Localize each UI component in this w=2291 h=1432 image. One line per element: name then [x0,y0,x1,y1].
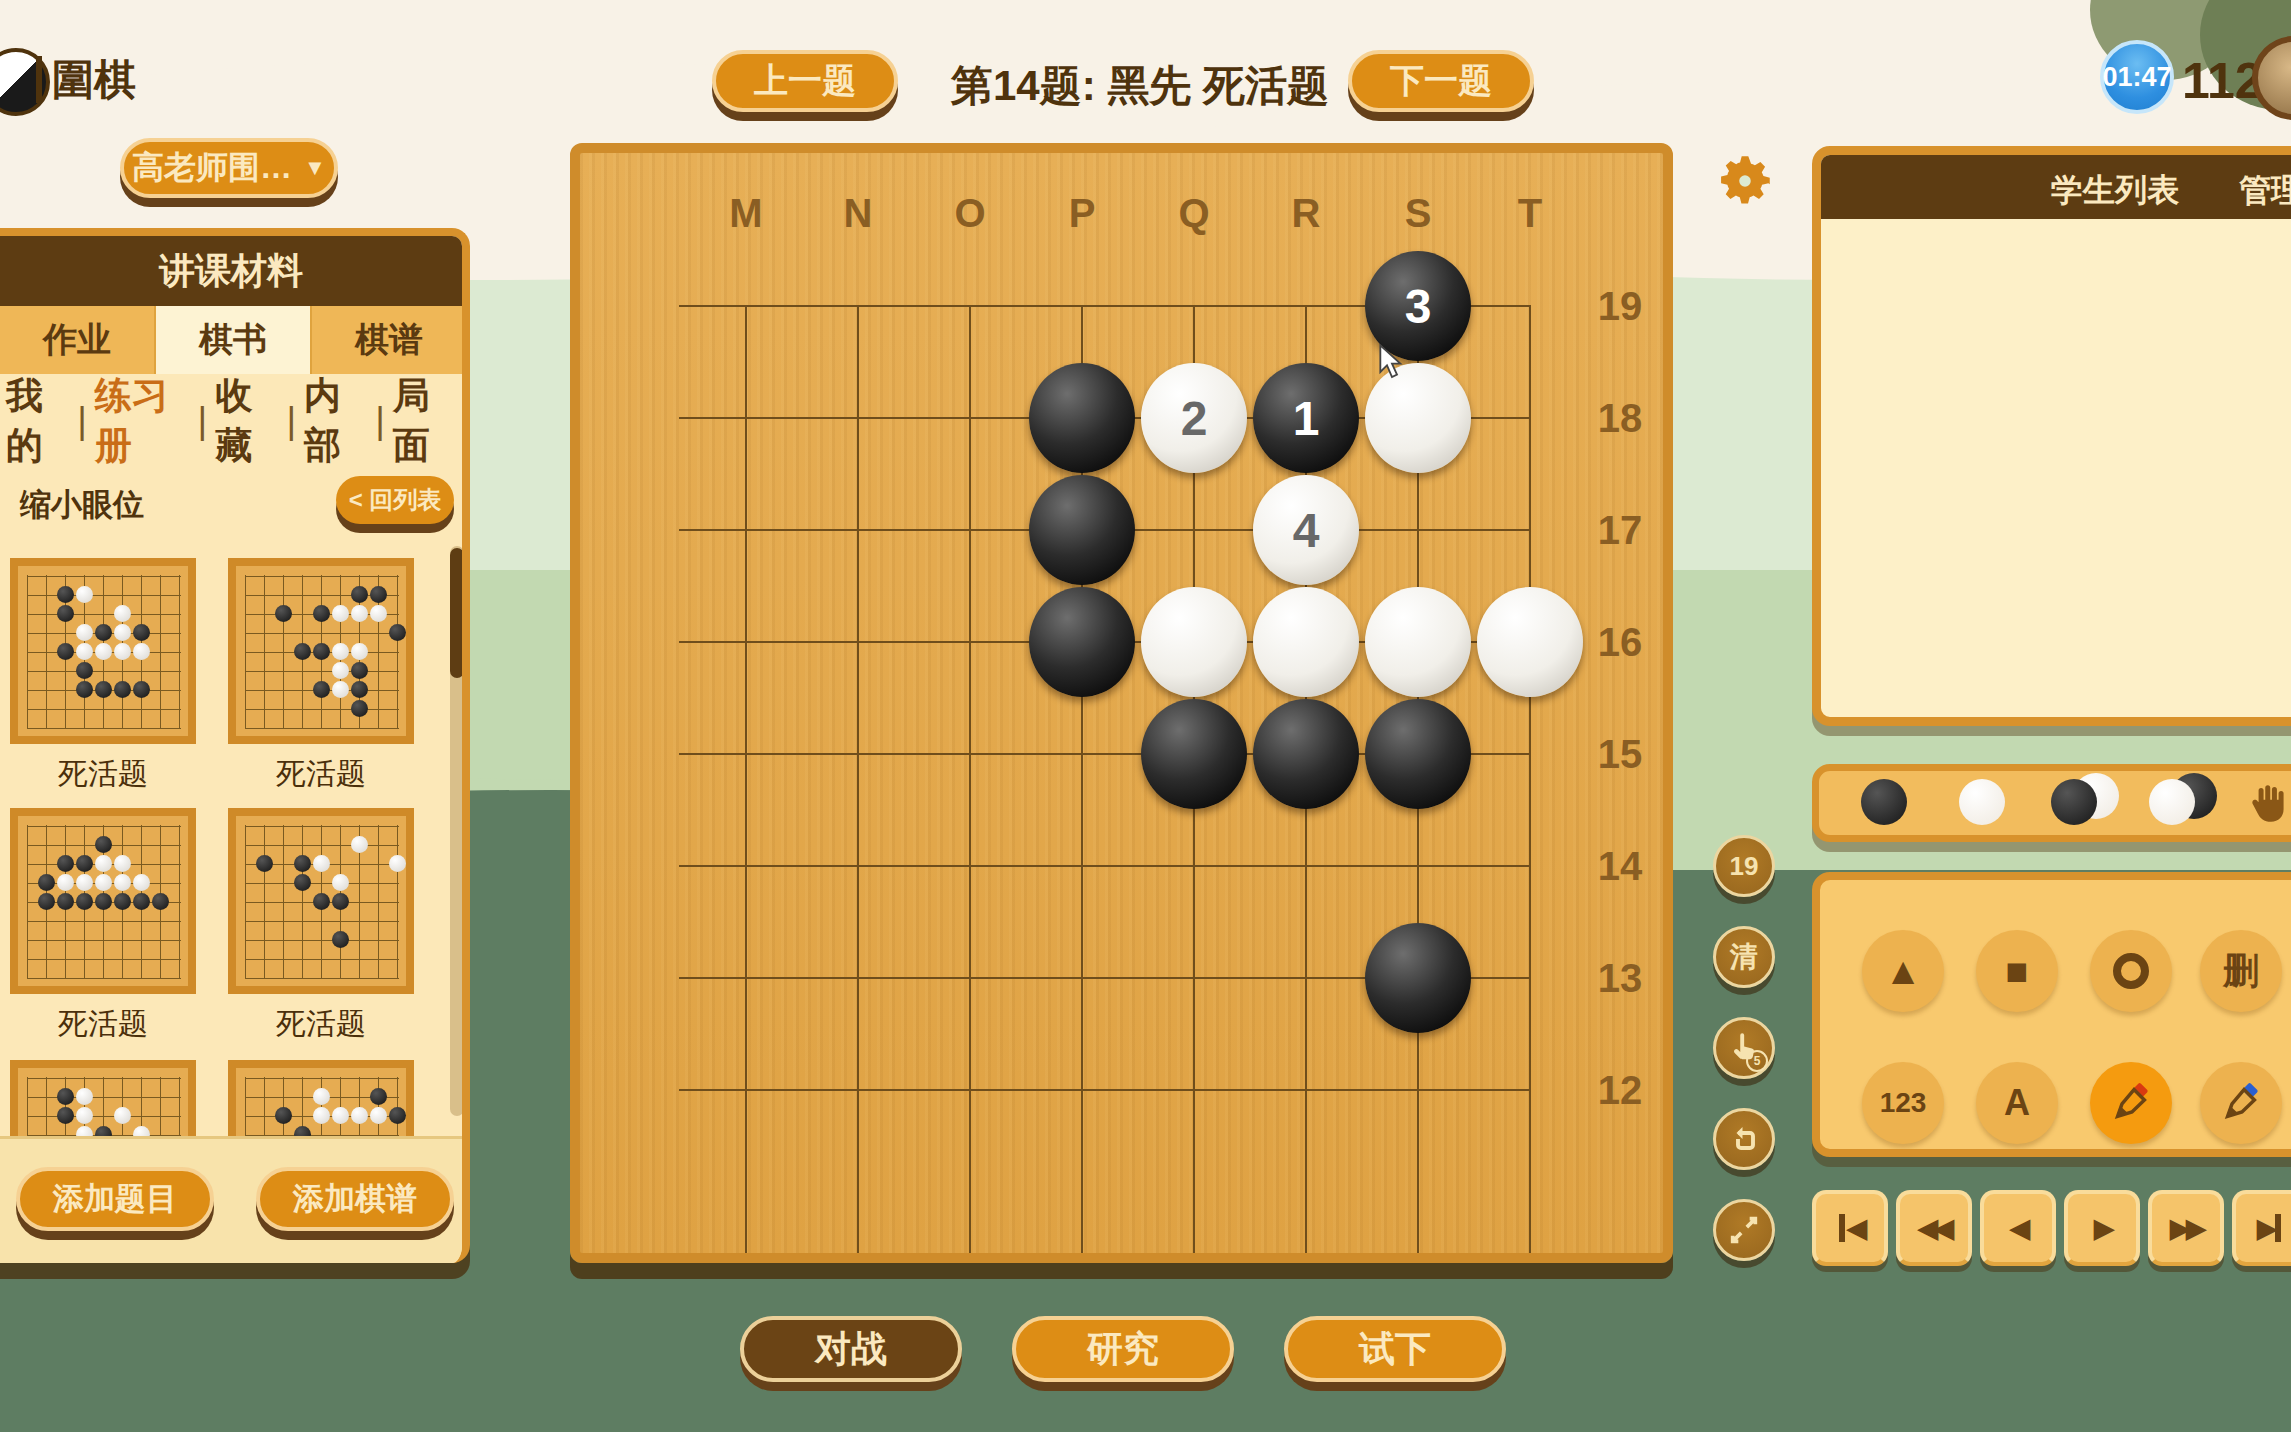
board-grid-line [679,1089,1531,1091]
mini-black-stone [275,605,292,622]
mini-black-stone [133,624,150,641]
board-grid-line [745,306,747,1253]
board-col-label: P [1069,191,1096,236]
mini-black-stone [275,1107,292,1124]
mini-black-stone [370,586,387,603]
stone-select-black-over-white[interactable] [2051,779,2121,829]
mini-black-stone [332,893,349,910]
mini-white-stone [351,1107,368,1124]
mini-white-stone [76,1107,93,1124]
stone-S13 [1365,923,1471,1033]
subnav-separator: | [375,400,385,442]
square-marker-tool[interactable]: ■ [1976,930,2058,1012]
students-panel: 学生列表 管理 [1812,146,2291,726]
teacher-dropdown[interactable]: 高老师围… ▼ [120,138,338,198]
subnav-separator: | [198,400,208,442]
mini-white-stone [76,1088,93,1105]
stone-R17: 4 [1253,475,1359,585]
board-col-label: O [954,191,985,236]
mini-white-stone [351,605,368,622]
thumbnail-label: 死活题 [10,754,196,795]
stone-P16 [1029,587,1135,697]
move-number-label: 1 [1293,391,1320,446]
manage-button[interactable]: 管理 [2239,169,2291,213]
mini-black-stone [95,624,112,641]
hand-icon[interactable] [2244,779,2291,829]
subnav-item-收藏[interactable]: 收藏 [215,371,278,471]
stone-select-black-stone[interactable] [1861,779,1931,829]
stone-select-white-over-black[interactable] [2149,779,2219,829]
hand-click-tool-button[interactable]: 5 [1713,1017,1775,1079]
thumbnail-label: 死活题 [10,1004,196,1045]
stone-R15 [1253,699,1359,809]
mini-white-stone [313,1107,330,1124]
mode-button-研究[interactable]: 研究 [1012,1316,1234,1382]
circle-marker-tool[interactable] [2090,930,2172,1012]
sidebar-subnav: 我的|练习册|收藏|内部|局面 [6,391,456,451]
scrollbar-thumb[interactable] [450,548,464,678]
problem-thumbnail[interactable] [228,558,414,744]
problem-thumbnail[interactable] [228,808,414,994]
mini-black-stone [114,681,131,698]
mini-black-stone [76,662,93,679]
mode-button-试下[interactable]: 试下 [1284,1316,1506,1382]
subnav-item-内部[interactable]: 内部 [304,371,367,471]
mini-black-stone [95,893,112,910]
mini-white-stone [114,874,131,891]
add-kifu-button[interactable]: 添加棋谱 [256,1167,454,1231]
mini-white-stone [332,681,349,698]
mode-button-对战[interactable]: 对战 [740,1316,962,1382]
white-stone-icon [2149,779,2195,825]
delete-marker-tool[interactable]: 删 [2200,930,2282,1012]
mini-black-stone [313,643,330,660]
black-stone-icon [2051,779,2097,825]
tab-棋谱[interactable]: 棋谱 [312,306,468,374]
lecture-materials-panel: 讲课材料 作业棋书棋谱 我的|练习册|收藏|内部|局面 缩小眼位 < 回列表 死… [0,228,470,1263]
mini-black-stone [389,1107,406,1124]
students-panel-header: 学生列表 管理 [1821,155,2291,219]
rotate-board-button[interactable] [1713,1108,1775,1170]
tab-作业[interactable]: 作业 [0,306,156,374]
mini-white-stone [95,643,112,660]
go-to-start-button[interactable]: ◀ [1812,1190,1888,1266]
mini-white-stone [332,605,349,622]
board-row-label: 15 [1598,732,1643,777]
fast-rewind-button[interactable]: ◀◀ [1896,1190,1972,1266]
mini-black-stone [256,855,273,872]
board-col-label: N [844,191,873,236]
panel-title: 讲课材料 [0,236,462,306]
board-col-label: M [729,191,762,236]
mini-black-stone [313,893,330,910]
step-forward-button[interactable]: ▶ [2064,1190,2140,1266]
mini-white-stone [370,605,387,622]
mini-white-stone [389,855,406,872]
mini-black-stone [57,855,74,872]
mini-black-stone [38,874,55,891]
mini-white-stone [351,836,368,853]
stone-Q18: 2 [1141,363,1247,473]
mini-black-stone [370,1088,387,1105]
mini-white-stone [332,874,349,891]
mini-white-stone [76,643,93,660]
mini-black-stone [95,836,112,853]
thumbnail-label: 死活题 [228,754,414,795]
board-row-label: 17 [1598,508,1643,553]
subnav-separator: | [286,400,296,442]
students-panel-title: 学生列表 [2051,169,2179,213]
mini-black-stone [95,681,112,698]
mini-black-stone [57,643,74,660]
move-number-label: 2 [1181,391,1208,446]
mini-black-stone [351,700,368,717]
mini-black-stone [76,893,93,910]
mini-black-stone [294,874,311,891]
mini-white-stone [76,586,93,603]
mini-white-stone [351,643,368,660]
mini-black-stone [76,681,93,698]
problem-thumbnail[interactable] [10,558,196,744]
mini-black-stone [114,893,131,910]
mini-white-stone [133,874,150,891]
stone-select-bar [1812,764,2291,842]
mini-black-stone [152,893,169,910]
board-row-label: 13 [1598,956,1643,1001]
board-col-label: S [1405,191,1432,236]
mini-black-stone [76,855,93,872]
stone-Q16 [1141,587,1247,697]
chevron-down-icon: ▼ [304,155,326,181]
mini-black-stone [38,893,55,910]
number-marker-tool[interactable]: 123 [1862,1062,1944,1144]
back-to-list-button[interactable]: < 回列表 [336,476,454,524]
mini-black-stone [351,681,368,698]
mini-black-stone [294,855,311,872]
fast-forward-button[interactable]: ▶▶ [2148,1190,2224,1266]
subnav-item-练习册[interactable]: 练习册 [95,371,190,471]
gear-icon[interactable] [1712,148,1778,214]
mini-white-stone [95,874,112,891]
white-stone-icon [1959,779,2005,825]
mini-white-stone [76,874,93,891]
mini-black-stone [313,605,330,622]
board-row-label: 12 [1598,1068,1643,1113]
clear-button[interactable]: 清 [1713,926,1775,988]
stone-T16 [1477,587,1583,697]
circle-marker-icon [2113,953,2149,989]
mini-white-stone [332,662,349,679]
letter-marker-tool[interactable]: A [1976,1062,2058,1144]
mini-black-stone [133,681,150,698]
mini-black-stone [57,893,74,910]
mini-white-stone [114,643,131,660]
mini-white-stone [57,874,74,891]
board-row-label: 18 [1598,396,1643,441]
app-root: { "game": "go", "app_title": "圍棋", "top_… [0,0,2291,1432]
badge: 5 [1746,1050,1768,1072]
stone-P17 [1029,475,1135,585]
board-row-label: 14 [1598,844,1643,889]
triangle-marker-tool[interactable]: ▲ [1862,930,1944,1012]
move-number-label: 4 [1293,503,1320,558]
mini-black-stone [57,1107,74,1124]
board-grid-line [857,306,859,1253]
mini-black-stone [332,931,349,948]
timer-badge: 01:47 [2100,40,2174,114]
mini-white-stone [95,855,112,872]
subnav-separator: | [77,400,87,442]
app-logo-text: 圍棋 [36,52,136,108]
teacher-dropdown-label: 高老师围… [132,146,292,190]
mini-black-stone [351,586,368,603]
board-col-label: T [1518,191,1542,236]
board-grid-line [969,306,971,1253]
stone-R18: 1 [1253,363,1359,473]
subnav-item-局面[interactable]: 局面 [393,371,456,471]
go-board[interactable]: MNOPQRST19181716151413123214 [570,143,1673,1263]
stone-R16 [1253,587,1359,697]
stone-Q15 [1141,699,1247,809]
section-title: 缩小眼位 [20,484,144,526]
stone-select-white-stone[interactable] [1959,779,2029,829]
black-stone-icon [1861,779,1907,825]
mini-white-stone [133,643,150,660]
board-grid-line [679,865,1531,867]
mini-white-stone [370,1107,387,1124]
board-col-label: R [1292,191,1321,236]
mini-black-stone [57,586,74,603]
mouse-cursor [1372,342,1412,382]
board-col-label: Q [1178,191,1209,236]
subnav-item-我的[interactable]: 我的 [6,371,69,471]
mini-white-stone [332,643,349,660]
mini-black-stone [57,1088,74,1105]
fullscreen-button[interactable] [1713,1199,1775,1261]
sidebar-footer: 添加题目 添加棋谱 [0,1136,470,1263]
prev-problem-button[interactable]: 上一题 [712,50,898,112]
board-row-label: 19 [1598,284,1643,329]
mini-black-stone [294,643,311,660]
step-back-button[interactable]: ◀ [1980,1190,2056,1266]
mini-white-stone [313,855,330,872]
mini-black-stone [57,605,74,622]
mini-white-stone [332,1107,349,1124]
stone-P18 [1029,363,1135,473]
board-row-label: 16 [1598,620,1643,665]
mini-white-stone [313,1088,330,1105]
board-size-19-button[interactable]: 19 [1713,835,1775,897]
stone-S16 [1365,587,1471,697]
mini-white-stone [76,624,93,641]
problem-thumbnail[interactable] [10,808,196,994]
add-problem-button[interactable]: 添加题目 [16,1167,214,1231]
annotation-palette: ▲■删123A [1812,872,2291,1157]
stone-S15 [1365,699,1471,809]
mini-black-stone [313,681,330,698]
mini-white-stone [114,1107,131,1124]
mini-white-stone [114,624,131,641]
mini-white-stone [114,605,131,622]
mini-black-stone [351,662,368,679]
problem-title: 第14题: 黑先 死活题 [920,58,1360,114]
next-problem-button[interactable]: 下一题 [1348,50,1534,112]
move-number-label: 3 [1405,279,1432,334]
blue-pen-tool[interactable] [2200,1062,2282,1144]
mini-black-stone [133,893,150,910]
red-pen-tool[interactable] [2090,1062,2172,1144]
tab-棋书[interactable]: 棋书 [156,306,312,374]
thumbnail-label: 死活题 [228,1004,414,1045]
mini-white-stone [114,855,131,872]
board-grid-line [1529,306,1531,1253]
go-to-end-button[interactable]: ▶ [2232,1190,2291,1266]
mini-black-stone [389,624,406,641]
